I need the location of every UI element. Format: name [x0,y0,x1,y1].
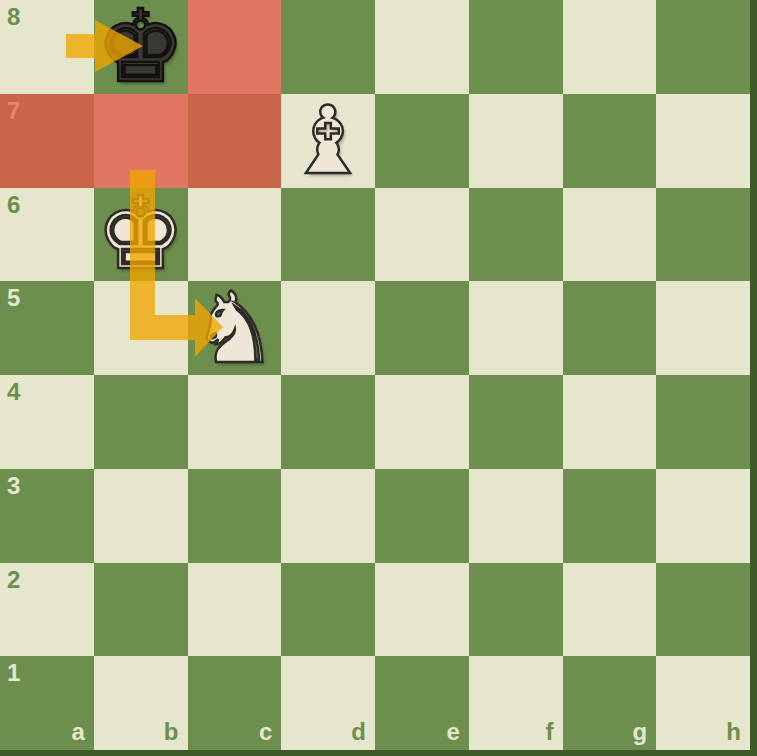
rank-label-2: 2 [7,567,20,593]
rank-label-4: 4 [7,379,20,405]
file-label-f: f [546,719,554,745]
square-f3[interactable] [469,469,563,563]
rank-label-3: 3 [7,473,20,499]
white-king-b6[interactable]: ♚ [94,188,188,282]
square-d8[interactable] [281,0,375,94]
square-b8[interactable]: ♚ [94,0,188,94]
square-b2[interactable] [94,563,188,657]
square-g2[interactable] [563,563,657,657]
square-c6[interactable] [188,188,282,282]
square-e1[interactable]: e [375,656,469,750]
square-d7[interactable]: ♝ [281,94,375,188]
square-f6[interactable] [469,188,563,282]
rank-label-5: 5 [7,285,20,311]
square-g4[interactable] [563,375,657,469]
square-g3[interactable] [563,469,657,563]
square-f7[interactable] [469,94,563,188]
square-a8[interactable]: 8 [0,0,94,94]
square-c8[interactable] [188,0,282,94]
file-label-a: a [71,719,84,745]
square-b5[interactable] [94,281,188,375]
square-g6[interactable] [563,188,657,282]
square-e2[interactable] [375,563,469,657]
rank-label-8: 8 [7,4,20,30]
square-c7[interactable] [188,94,282,188]
square-a1[interactable]: 1a [0,656,94,750]
file-label-b: b [164,719,179,745]
square-g7[interactable] [563,94,657,188]
square-d5[interactable] [281,281,375,375]
square-h3[interactable] [656,469,750,563]
square-d4[interactable] [281,375,375,469]
square-c2[interactable] [188,563,282,657]
square-b1[interactable]: b [94,656,188,750]
file-label-h: h [726,719,741,745]
square-c5[interactable]: ♞ [188,281,282,375]
square-a3[interactable]: 3 [0,469,94,563]
square-d6[interactable] [281,188,375,282]
square-e7[interactable] [375,94,469,188]
black-king-b8[interactable]: ♚ [94,0,188,94]
square-h6[interactable] [656,188,750,282]
square-b3[interactable] [94,469,188,563]
square-d3[interactable] [281,469,375,563]
square-c3[interactable] [188,469,282,563]
square-h7[interactable] [656,94,750,188]
white-bishop-d7[interactable]: ♝ [281,94,375,188]
square-d1[interactable]: d [281,656,375,750]
square-h2[interactable] [656,563,750,657]
square-h5[interactable] [656,281,750,375]
square-f5[interactable] [469,281,563,375]
square-d2[interactable] [281,563,375,657]
rank-label-7: 7 [7,98,20,124]
square-b7[interactable] [94,94,188,188]
file-label-d: d [351,719,366,745]
square-e3[interactable] [375,469,469,563]
square-c4[interactable] [188,375,282,469]
square-g8[interactable] [563,0,657,94]
square-b4[interactable] [94,375,188,469]
square-e4[interactable] [375,375,469,469]
chess-board: 8♚7♝6♚5♞4321abcdefgh [0,0,750,750]
square-a5[interactable]: 5 [0,281,94,375]
square-c1[interactable]: c [188,656,282,750]
file-label-c: c [259,719,272,745]
chess-board-wrapper: 8♚7♝6♚5♞4321abcdefgh [0,0,757,756]
square-f1[interactable]: f [469,656,563,750]
square-f8[interactable] [469,0,563,94]
square-b6[interactable]: ♚ [94,188,188,282]
square-e8[interactable] [375,0,469,94]
square-a2[interactable]: 2 [0,563,94,657]
square-f4[interactable] [469,375,563,469]
file-label-e: e [446,719,459,745]
square-f2[interactable] [469,563,563,657]
square-a4[interactable]: 4 [0,375,94,469]
file-label-g: g [633,719,648,745]
rank-label-1: 1 [7,660,20,686]
square-a6[interactable]: 6 [0,188,94,282]
white-knight-c5[interactable]: ♞ [188,281,282,375]
square-h1[interactable]: h [656,656,750,750]
square-a7[interactable]: 7 [0,94,94,188]
square-g1[interactable]: g [563,656,657,750]
rank-label-6: 6 [7,192,20,218]
square-e6[interactable] [375,188,469,282]
square-g5[interactable] [563,281,657,375]
square-e5[interactable] [375,281,469,375]
square-h8[interactable] [656,0,750,94]
square-h4[interactable] [656,375,750,469]
